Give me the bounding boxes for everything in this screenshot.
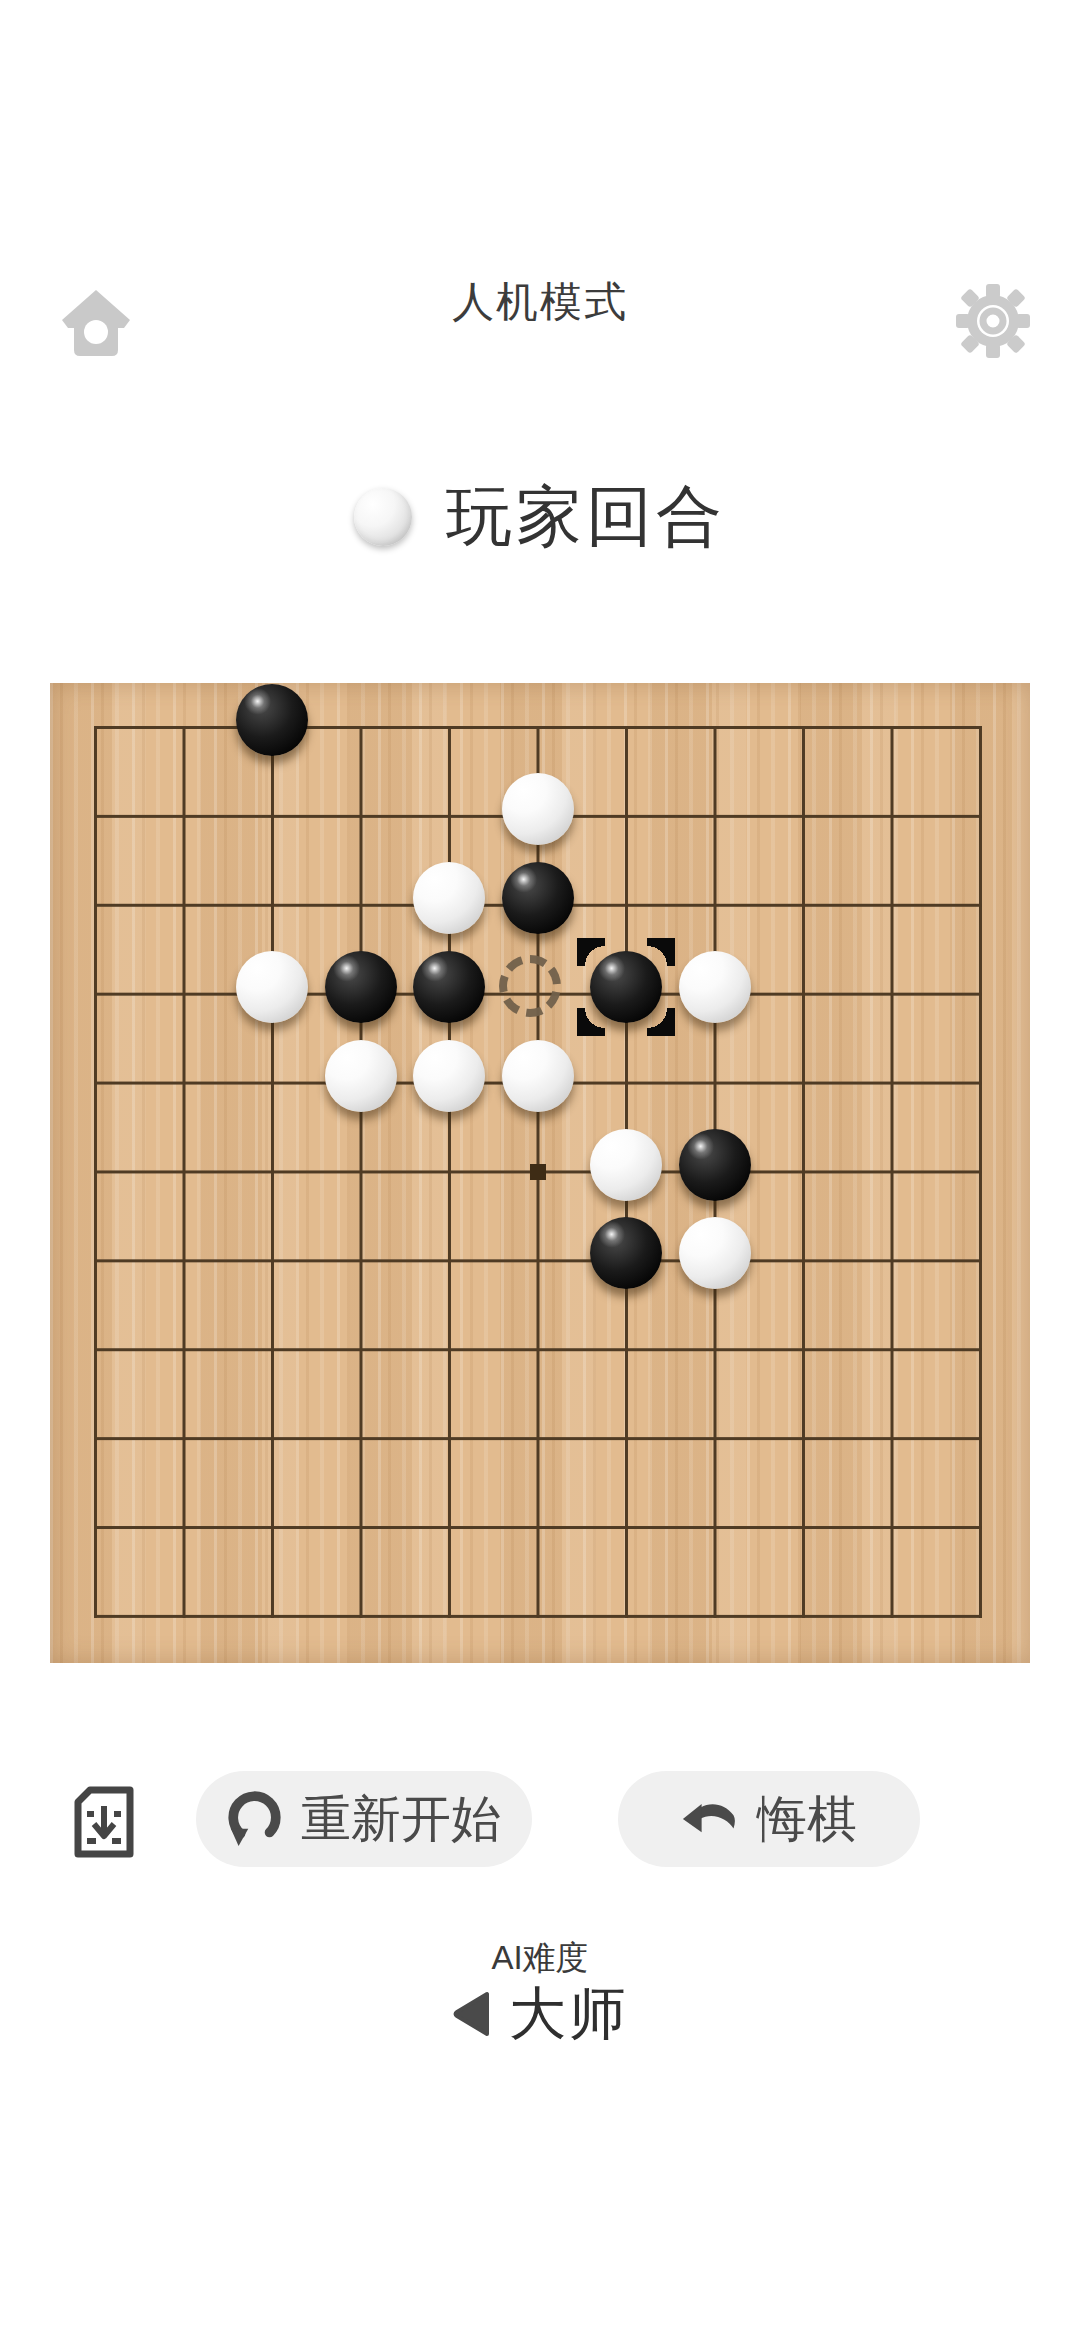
settings-button[interactable] <box>952 280 1034 362</box>
last-move-corner <box>577 1008 605 1036</box>
difficulty-value: 大师 <box>509 1976 629 2053</box>
stone-white <box>502 773 574 845</box>
last-move-marker <box>577 938 675 1036</box>
restart-button[interactable]: 重新开始 <box>196 1771 532 1867</box>
turn-status: 玩家回合 <box>0 482 1080 552</box>
ai-difficulty-label: AI难度 <box>0 1936 1080 1981</box>
star-point <box>530 1164 546 1180</box>
stone-black <box>679 1129 751 1201</box>
undo-arrow-icon <box>681 1796 741 1842</box>
stone-black <box>236 684 308 756</box>
last-move-corner <box>647 938 675 966</box>
save-game-button[interactable] <box>72 1784 136 1860</box>
undo-label: 悔棋 <box>757 1786 857 1853</box>
undo-button[interactable]: 悔棋 <box>618 1771 920 1867</box>
stone-white <box>502 1040 574 1112</box>
stone-black <box>502 862 574 934</box>
stone-black <box>590 1217 662 1289</box>
stone-white <box>679 1217 751 1289</box>
previous-difficulty-arrow-icon[interactable] <box>451 1990 491 2038</box>
restart-icon <box>227 1790 285 1848</box>
stone-white <box>679 951 751 1023</box>
restart-label: 重新开始 <box>301 1786 501 1853</box>
turn-label: 玩家回合 <box>446 472 726 562</box>
white-stone-icon <box>354 488 412 546</box>
stone-black <box>413 951 485 1023</box>
stone-black <box>325 951 397 1023</box>
ai-difficulty-selector: 大师 <box>0 1978 1080 2050</box>
gear-icon <box>952 280 1034 362</box>
stone-white <box>413 862 485 934</box>
stone-white <box>590 1129 662 1201</box>
hint-marker <box>499 955 561 1017</box>
stone-white <box>413 1040 485 1112</box>
page-title: 人机模式 <box>0 274 1080 330</box>
last-move-corner <box>577 938 605 966</box>
save-file-icon <box>72 1784 136 1860</box>
gomoku-board[interactable] <box>50 683 1030 1663</box>
stone-white <box>236 951 308 1023</box>
stone-white <box>325 1040 397 1112</box>
last-move-corner <box>647 1008 675 1036</box>
